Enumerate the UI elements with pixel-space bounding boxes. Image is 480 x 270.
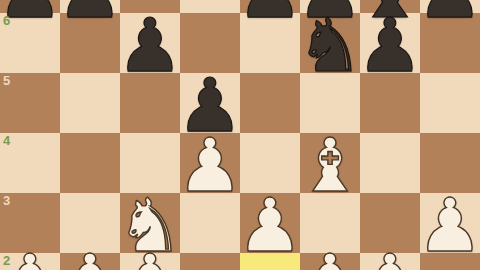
black-pawn-c6[interactable]: ♟: [117, 15, 183, 75]
white-pawn-e3[interactable]: ♟: [237, 195, 303, 255]
black-pawn-e7[interactable]: ♟: [237, 0, 303, 21]
square-a4[interactable]: 4: [0, 133, 60, 193]
square-d7[interactable]: [180, 0, 240, 13]
square-a5[interactable]: 5: [0, 73, 60, 133]
black-knight-f6[interactable]: ♞: [297, 15, 363, 75]
square-b5[interactable]: [60, 73, 120, 133]
square-d4[interactable]: ♟: [180, 133, 240, 193]
rank-label-4: 4: [3, 134, 10, 148]
square-h3[interactable]: ♟: [420, 193, 480, 253]
white-pawn-f2[interactable]: ♟: [297, 251, 363, 270]
square-b2[interactable]: ♟: [60, 253, 120, 270]
square-h7[interactable]: ♟: [420, 0, 480, 13]
square-e3[interactable]: ♟: [240, 193, 300, 253]
square-e7[interactable]: ♟: [240, 0, 300, 13]
white-pawn-g2[interactable]: ♟: [357, 251, 423, 270]
square-f2[interactable]: ♟: [300, 253, 360, 270]
black-pawn-g6[interactable]: ♟: [357, 15, 423, 75]
rank-label-6: 6: [3, 14, 10, 28]
square-b7[interactable]: ♟: [60, 0, 120, 13]
square-f4[interactable]: ♝: [300, 133, 360, 193]
square-e5[interactable]: [240, 73, 300, 133]
rank-label-2: 2: [3, 254, 10, 268]
white-pawn-h3[interactable]: ♟: [417, 195, 480, 255]
white-pawn-b2[interactable]: ♟: [57, 251, 123, 270]
white-bishop-f4[interactable]: ♝: [297, 135, 363, 195]
black-pawn-b7[interactable]: ♟: [57, 0, 123, 21]
square-f6[interactable]: ♞: [300, 13, 360, 73]
white-pawn-c2[interactable]: ♟: [117, 251, 183, 270]
square-b4[interactable]: [60, 133, 120, 193]
square-g4[interactable]: [360, 133, 420, 193]
square-a7[interactable]: ♟: [0, 0, 60, 13]
square-g2[interactable]: ♟: [360, 253, 420, 270]
square-a2[interactable]: 2♟: [0, 253, 60, 270]
black-pawn-h7[interactable]: ♟: [417, 0, 480, 21]
white-pawn-d4[interactable]: ♟: [177, 135, 243, 195]
rank-label-5: 5: [3, 74, 10, 88]
chess-app-viewport: ♟♟♟♟♝♟6♟♞♟5♟4♟♝3♞♟♟2♟♟♟♟♟: [0, 0, 480, 270]
chess-board: ♟♟♟♟♝♟6♟♞♟5♟4♟♝3♞♟♟2♟♟♟♟♟: [0, 0, 480, 270]
square-h5[interactable]: [420, 73, 480, 133]
square-c2[interactable]: ♟: [120, 253, 180, 270]
square-d2[interactable]: [180, 253, 240, 270]
rank-label-3: 3: [3, 194, 10, 208]
square-g6[interactable]: ♟: [360, 13, 420, 73]
square-c6[interactable]: ♟: [120, 13, 180, 73]
